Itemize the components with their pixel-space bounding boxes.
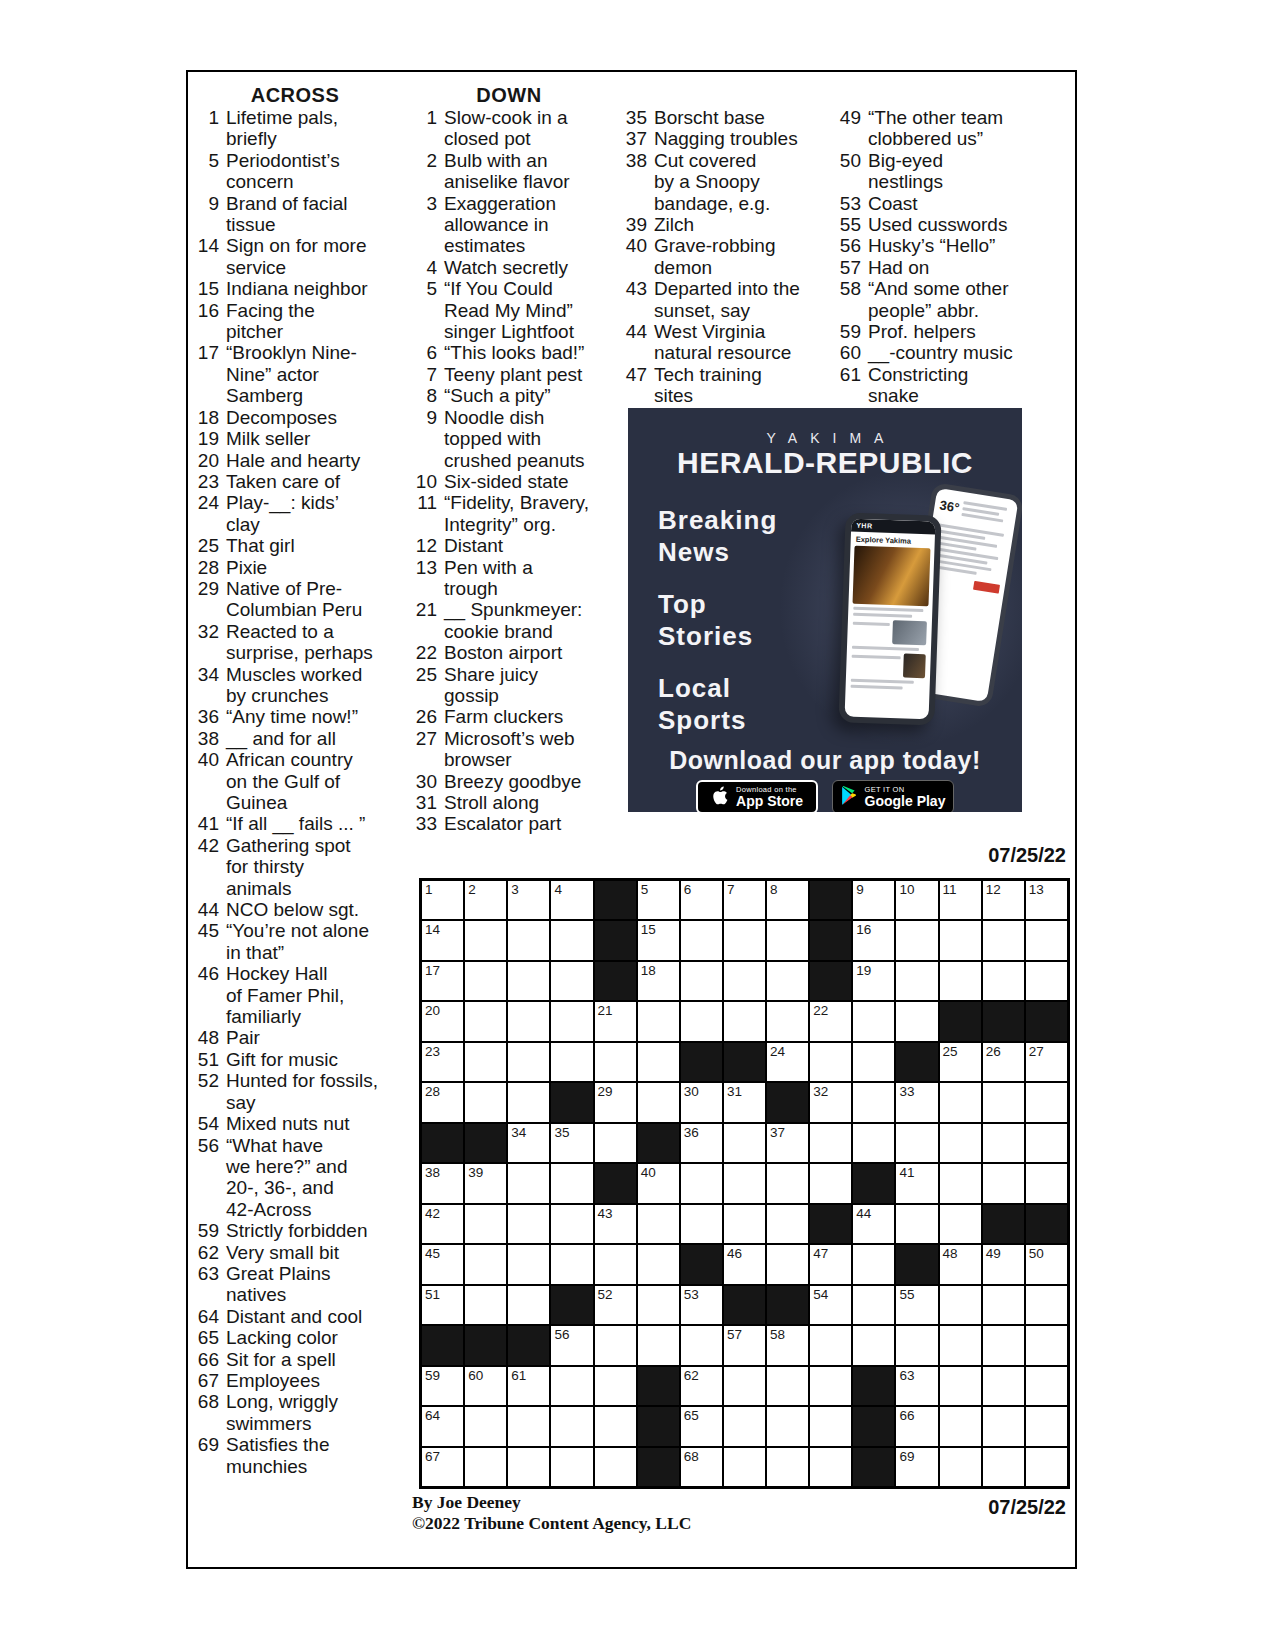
grid-cell[interactable] (1026, 962, 1067, 1000)
grid-cell[interactable] (853, 1286, 894, 1324)
across-clue-list: 1Lifetime pals, briefly5Periodontist’s c… (192, 107, 398, 1477)
grid-cell[interactable]: 14 (422, 921, 463, 959)
grid-cell[interactable] (983, 1448, 1024, 1486)
grid-cell[interactable]: 65 (681, 1407, 722, 1445)
grid-cell[interactable] (551, 1205, 592, 1243)
cell-number: 53 (684, 1287, 699, 1302)
clue-31: 31Stroll along (410, 792, 608, 813)
clue-12: 12Distant (410, 535, 608, 556)
grid-cell[interactable]: 37 (767, 1124, 808, 1162)
grid-cell[interactable] (940, 1448, 981, 1486)
grid-cell[interactable] (595, 1326, 636, 1364)
grid-cell[interactable] (853, 1043, 894, 1081)
grid-cell[interactable] (638, 1083, 679, 1121)
grid-cell[interactable] (896, 1124, 937, 1162)
grid-cell[interactable]: 42 (422, 1205, 463, 1243)
grid-cell[interactable]: 27 (1026, 1043, 1067, 1081)
grid-cell[interactable]: 32 (810, 1083, 851, 1121)
grid-cell[interactable] (724, 1124, 765, 1162)
grid-cell[interactable] (1026, 1124, 1067, 1162)
clue-text: Share juicy gossip (444, 664, 538, 707)
grid-cell[interactable] (638, 1205, 679, 1243)
clue-text: Stroll along (444, 792, 539, 813)
grid-cell-black (551, 1286, 592, 1324)
grid-cell[interactable]: 6 (681, 881, 722, 919)
grid-cell[interactable] (551, 1002, 592, 1040)
grid-cell[interactable]: 66 (896, 1407, 937, 1445)
grid-cell[interactable] (465, 1043, 506, 1081)
grid-cell[interactable] (638, 1326, 679, 1364)
clue-number: 17 (192, 342, 226, 363)
grid-cell-black (983, 1002, 1024, 1040)
cell-number: 17 (425, 963, 440, 978)
clue-1: 1Slow-cook in a closed pot (410, 107, 608, 150)
clue-number: 5 (410, 278, 444, 299)
cell-number: 41 (899, 1165, 914, 1180)
grid-cell[interactable] (638, 1245, 679, 1283)
phone-mockup-news: YHR Explore Yakima (838, 512, 941, 725)
clue-number: 60 (834, 342, 868, 363)
clue-number: 56 (834, 235, 868, 256)
grid-cell[interactable] (508, 1407, 549, 1445)
clue-text: “Brooklyn Nine- Nine” actor Samberg (226, 342, 357, 406)
clue-62: 62Very small bit (192, 1242, 398, 1263)
copyright: ©2022 Tribune Content Agency, LLC (412, 1513, 691, 1534)
ad-brand-herald-republic: HERALD-REPUBLIC (628, 446, 1022, 480)
grid-cell-black (983, 1205, 1024, 1243)
grid-cell-black (940, 1002, 981, 1040)
grid-cell-black (853, 1448, 894, 1486)
clue-65: 65Lacking color (192, 1327, 398, 1348)
grid-cell[interactable]: 55 (896, 1286, 937, 1324)
grid-cell[interactable]: 12 (983, 881, 1024, 919)
grid-cell[interactable] (983, 1286, 1024, 1324)
grid-cell[interactable] (724, 1448, 765, 1486)
down-clue-list-2: 35Borscht base37Nagging troubles38Cut co… (620, 107, 828, 407)
grid-cell[interactable] (1026, 1083, 1067, 1121)
clue-8: 8“Such a pity” (410, 385, 608, 406)
grid-cell[interactable]: 1 (422, 881, 463, 919)
grid-cell[interactable]: 28 (422, 1083, 463, 1121)
cell-number: 32 (813, 1084, 828, 1099)
grid-cell[interactable] (767, 962, 808, 1000)
clue-59: 59Prof. helpers (834, 321, 1044, 342)
grid-cell[interactable]: 31 (724, 1083, 765, 1121)
grid-cell[interactable]: 60 (465, 1367, 506, 1405)
grid-cell[interactable] (595, 1245, 636, 1283)
grid-cell[interactable] (508, 1286, 549, 1324)
cell-number: 5 (641, 882, 649, 897)
clue-text: Gathering spot for thirsty animals (226, 835, 351, 899)
grid-cell[interactable] (508, 921, 549, 959)
clue-48: 48Pair (192, 1027, 398, 1048)
grid-cell[interactable]: 35 (551, 1124, 592, 1162)
grid-cell[interactable]: 2 (465, 881, 506, 919)
grid-cell[interactable] (940, 1083, 981, 1121)
grid-cell[interactable] (1026, 1326, 1067, 1364)
grid-cell[interactable] (508, 1043, 549, 1081)
clue-text: Sit for a spell (226, 1349, 336, 1370)
grid-cell[interactable]: 53 (681, 1286, 722, 1324)
grid-cell[interactable]: 56 (551, 1326, 592, 1364)
clue-4: 4Watch secretly (410, 257, 608, 278)
cell-number: 68 (684, 1449, 699, 1464)
grid-cell[interactable]: 64 (422, 1407, 463, 1445)
cell-number: 44 (856, 1206, 871, 1221)
grid-cell[interactable] (810, 1326, 851, 1364)
grid-cell[interactable] (595, 1367, 636, 1405)
grid-cell[interactable] (1026, 921, 1067, 959)
grid-cell[interactable] (1026, 1286, 1067, 1324)
clue-text: “This looks bad!” (444, 342, 584, 363)
grid-cell[interactable] (983, 1083, 1024, 1121)
grid-cell[interactable] (983, 1407, 1024, 1445)
clue-text: Hockey Hall of Famer Phil, familiarly (226, 963, 344, 1027)
grid-cell[interactable] (638, 1002, 679, 1040)
grid-cell[interactable] (767, 1205, 808, 1243)
grid-cell[interactable] (724, 1164, 765, 1202)
clue-67: 67Employees (192, 1370, 398, 1391)
grid-cell[interactable] (465, 1286, 506, 1324)
grid-cell[interactable] (508, 1164, 549, 1202)
ad-feature-top-stories: Top Stories (658, 588, 777, 652)
clue-number: 59 (192, 1220, 226, 1241)
clue-10: 10Six-sided state (410, 471, 608, 492)
grid-cell[interactable] (767, 1164, 808, 1202)
puzzle-date-top: 07/25/22 (988, 844, 1066, 867)
grid-cell[interactable] (508, 1002, 549, 1040)
grid-cell[interactable]: 30 (681, 1083, 722, 1121)
grid-cell[interactable]: 16 (853, 921, 894, 959)
grid-cell[interactable] (853, 1124, 894, 1162)
grid-cell[interactable] (940, 1164, 981, 1202)
grid-cell[interactable] (465, 1448, 506, 1486)
clue-text: Prof. helpers (868, 321, 976, 342)
grid-cell[interactable]: 8 (767, 881, 808, 919)
down-clue-list-3: 49“The other team clobbered us”50Big-eye… (834, 107, 1044, 407)
clue-55: 55Used cusswords (834, 214, 1044, 235)
clue-number: 45 (192, 920, 226, 941)
clue-number: 53 (834, 193, 868, 214)
grid-cell[interactable]: 20 (422, 1002, 463, 1040)
grid-cell[interactable]: 36 (681, 1124, 722, 1162)
grid-cell[interactable] (724, 962, 765, 1000)
clue-number: 21 (410, 599, 444, 620)
grid-cell[interactable] (724, 1367, 765, 1405)
grid-cell[interactable]: 38 (422, 1164, 463, 1202)
clue-41: 41“If all __ fails ... ” (192, 813, 398, 834)
grid-cell[interactable]: 57 (724, 1326, 765, 1364)
grid-cell[interactable] (465, 962, 506, 1000)
cell-number: 14 (425, 922, 440, 937)
app-store-badge[interactable]: Download on the App Store (696, 780, 818, 812)
google-play-badge-main: Google Play (865, 794, 946, 809)
clue-26: 26Farm cluckers (410, 706, 608, 727)
weather-red-button (973, 581, 1000, 594)
grid-cell[interactable]: 47 (810, 1245, 851, 1283)
grid-cell[interactable] (465, 1002, 506, 1040)
grid-cell[interactable]: 15 (638, 921, 679, 959)
grid-cell[interactable]: 68 (681, 1448, 722, 1486)
clue-19: 19Milk seller (192, 428, 398, 449)
grid-cell[interactable] (940, 1205, 981, 1243)
grid-cell[interactable] (465, 1245, 506, 1283)
grid-cell[interactable] (724, 1407, 765, 1445)
grid-cell[interactable] (724, 1002, 765, 1040)
grid-cell[interactable] (896, 921, 937, 959)
grid-cell[interactable] (638, 1286, 679, 1324)
clue-text: “If You Could Read My Mind” singer Light… (444, 278, 574, 342)
grid-cell[interactable] (767, 1245, 808, 1283)
clue-text: Tech training sites (654, 364, 762, 407)
clue-text: Milk seller (226, 428, 310, 449)
grid-cell[interactable] (940, 962, 981, 1000)
grid-cell[interactable] (595, 1407, 636, 1445)
grid-cell[interactable] (551, 1245, 592, 1283)
clue-text: Distant and cool (226, 1306, 362, 1327)
grid-cell[interactable]: 5 (638, 881, 679, 919)
grid-cell[interactable]: 25 (940, 1043, 981, 1081)
clue-number: 26 (410, 706, 444, 727)
grid-cell[interactable] (940, 921, 981, 959)
grid-cell[interactable] (810, 1164, 851, 1202)
grid-cell[interactable] (896, 1205, 937, 1243)
grid-cell[interactable]: 58 (767, 1326, 808, 1364)
grid-cell[interactable]: 51 (422, 1286, 463, 1324)
grid-cell[interactable] (595, 1448, 636, 1486)
grid-cell[interactable] (896, 1002, 937, 1040)
grid-cell[interactable] (940, 1367, 981, 1405)
clue-text: Farm cluckers (444, 706, 563, 727)
grid-cell[interactable] (810, 1448, 851, 1486)
grid-cell[interactable] (810, 1367, 851, 1405)
grid-cell[interactable] (508, 1205, 549, 1243)
grid-cell[interactable]: 49 (983, 1245, 1024, 1283)
grid-cell[interactable]: 54 (810, 1286, 851, 1324)
clue-text: Used cusswords (868, 214, 1007, 235)
grid-cell-black (595, 921, 636, 959)
grid-cell[interactable]: 13 (1026, 881, 1067, 919)
clue-text: “And some other people” abbr. (868, 278, 1008, 321)
clue-number: 15 (192, 278, 226, 299)
down-clues-column-2: 35Borscht base37Nagging troubles38Cut co… (620, 107, 828, 407)
clue-text: African country on the Gulf of Guinea (226, 749, 353, 813)
clue-7: 7Teeny plant pest (410, 364, 608, 385)
grid-cell[interactable]: 21 (595, 1002, 636, 1040)
grid-cell[interactable] (940, 1286, 981, 1324)
byline: By Joe Deeney (412, 1492, 691, 1513)
grid-cell[interactable]: 23 (422, 1043, 463, 1081)
grid-cell-black (1026, 1002, 1067, 1040)
grid-cell[interactable]: 39 (465, 1164, 506, 1202)
grid-cell[interactable] (551, 1407, 592, 1445)
grid-cell[interactable] (465, 1205, 506, 1243)
grid-cell[interactable]: 62 (681, 1367, 722, 1405)
grid-cell[interactable]: 69 (896, 1448, 937, 1486)
grid-cell[interactable] (767, 1367, 808, 1405)
grid-cell[interactable]: 3 (508, 881, 549, 919)
grid-cell[interactable]: 52 (595, 1286, 636, 1324)
grid-cell[interactable]: 19 (853, 962, 894, 1000)
grid-cell[interactable] (681, 1002, 722, 1040)
grid-cell[interactable] (724, 921, 765, 959)
clue-number: 54 (192, 1113, 226, 1134)
cell-number: 42 (425, 1206, 440, 1221)
grid-cell[interactable] (1026, 1164, 1067, 1202)
grid-cell[interactable] (508, 962, 549, 1000)
grid-cell[interactable]: 59 (422, 1367, 463, 1405)
clue-text: Brand of facial tissue (226, 193, 347, 236)
grid-cell[interactable]: 43 (595, 1205, 636, 1243)
grid-cell[interactable]: 9 (853, 881, 894, 919)
grid-cell[interactable] (983, 1124, 1024, 1162)
grid-cell[interactable] (681, 1326, 722, 1364)
clue-23: 23Taken care of (192, 471, 398, 492)
grid-cell[interactable] (508, 1245, 549, 1283)
grid-cell[interactable] (853, 1002, 894, 1040)
google-play-badge[interactable]: GET IT ON Google Play (832, 780, 954, 812)
grid-cell[interactable] (595, 1043, 636, 1081)
clue-number: 59 (834, 321, 868, 342)
grid-cell[interactable] (940, 1407, 981, 1445)
clue-35: 35Borscht base (620, 107, 828, 128)
cell-number: 33 (899, 1084, 914, 1099)
grid-cell[interactable]: 11 (940, 881, 981, 919)
cell-number: 36 (684, 1125, 699, 1140)
clue-29: 29Native of Pre- Columbian Peru (192, 578, 398, 621)
grid-cell[interactable]: 50 (1026, 1245, 1067, 1283)
clue-43: 43Departed into the sunset, say (620, 278, 828, 321)
grid-cell[interactable] (465, 921, 506, 959)
grid-cell[interactable] (551, 921, 592, 959)
grid-cell[interactable] (1026, 1448, 1067, 1486)
grid-cell[interactable] (853, 1326, 894, 1364)
grid-cell[interactable]: 40 (638, 1164, 679, 1202)
cell-number: 20 (425, 1003, 440, 1018)
grid-cell[interactable] (1026, 1407, 1067, 1445)
grid-cell[interactable]: 22 (810, 1002, 851, 1040)
clue-6: 6“This looks bad!” (410, 342, 608, 363)
clue-number: 35 (620, 107, 654, 128)
grid-cell-black (551, 1083, 592, 1121)
grid-cell[interactable] (767, 1407, 808, 1445)
grid-cell[interactable]: 18 (638, 962, 679, 1000)
grid-cell[interactable] (983, 1367, 1024, 1405)
grid-cell[interactable]: 17 (422, 962, 463, 1000)
grid-cell-black (638, 1407, 679, 1445)
clue-text: Teeny plant pest (444, 364, 582, 385)
grid-cell[interactable] (767, 1448, 808, 1486)
grid-cell[interactable]: 7 (724, 881, 765, 919)
grid-cell[interactable]: 33 (896, 1083, 937, 1121)
grid-cell[interactable]: 34 (508, 1124, 549, 1162)
grid-cell[interactable] (508, 1448, 549, 1486)
grid-cell[interactable] (724, 1205, 765, 1243)
grid-cell[interactable]: 46 (724, 1245, 765, 1283)
clue-number: 64 (192, 1306, 226, 1327)
clue-3: 3Exaggeration allowance in estimates (410, 193, 608, 257)
clue-number: 44 (192, 899, 226, 920)
clue-number: 33 (410, 813, 444, 834)
cell-number: 24 (770, 1044, 785, 1059)
clue-50: 50Big-eyed nestlings (834, 150, 1044, 193)
grid-cell[interactable] (940, 1124, 981, 1162)
grid-cell[interactable] (983, 1326, 1024, 1364)
grid-cell[interactable] (767, 921, 808, 959)
grid-cell[interactable] (983, 962, 1024, 1000)
grid-cell[interactable] (551, 1367, 592, 1405)
clue-number: 56 (192, 1135, 226, 1156)
grid-cell[interactable] (595, 1124, 636, 1162)
cell-number: 43 (598, 1206, 613, 1221)
grid-cell[interactable]: 63 (896, 1367, 937, 1405)
grid-cell[interactable] (810, 1043, 851, 1081)
grid-cell[interactable] (681, 1205, 722, 1243)
app-store-badge-main: App Store (736, 794, 803, 809)
grid-cell[interactable] (551, 1448, 592, 1486)
grid-cell[interactable] (896, 962, 937, 1000)
grid-cell-black (724, 1043, 765, 1081)
grid-cell[interactable]: 45 (422, 1245, 463, 1283)
clue-number: 68 (192, 1391, 226, 1412)
grid-cell[interactable] (853, 1083, 894, 1121)
grid-cell[interactable] (551, 962, 592, 1000)
grid-cell[interactable] (983, 921, 1024, 959)
grid-cell-black (810, 962, 851, 1000)
grid-cell[interactable] (465, 1083, 506, 1121)
grid-cell[interactable]: 41 (896, 1164, 937, 1202)
cell-number: 45 (425, 1246, 440, 1261)
grid-cell[interactable] (681, 921, 722, 959)
cell-number: 12 (986, 882, 1001, 897)
grid-cell[interactable]: 10 (896, 881, 937, 919)
clue-number: 40 (620, 235, 654, 256)
grid-cell[interactable] (767, 1002, 808, 1040)
clue-text: __ Spunkmeyer: cookie brand (444, 599, 582, 642)
clue-number: 36 (192, 706, 226, 727)
grid-cell[interactable] (551, 1043, 592, 1081)
grid-cell[interactable] (896, 1326, 937, 1364)
grid-cell-black (767, 1286, 808, 1324)
grid-cell[interactable]: 67 (422, 1448, 463, 1486)
grid-cell[interactable] (465, 1407, 506, 1445)
grid-cell[interactable] (638, 1043, 679, 1081)
clue-40: 40Grave-robbing demon (620, 235, 828, 278)
grid-cell[interactable]: 4 (551, 881, 592, 919)
grid-cell[interactable] (681, 962, 722, 1000)
grid-cell[interactable] (681, 1164, 722, 1202)
grid-cell[interactable]: 24 (767, 1043, 808, 1081)
grid-cell[interactable] (551, 1164, 592, 1202)
grid-cell[interactable]: 44 (853, 1205, 894, 1243)
grid-cell[interactable]: 48 (940, 1245, 981, 1283)
grid-cell[interactable] (1026, 1367, 1067, 1405)
grid-cell[interactable] (508, 1083, 549, 1121)
clue-number: 34 (192, 664, 226, 685)
grid-cell[interactable] (853, 1245, 894, 1283)
grid-cell[interactable] (983, 1164, 1024, 1202)
grid-cell[interactable] (810, 1124, 851, 1162)
grid-cell[interactable]: 26 (983, 1043, 1024, 1081)
grid-cell[interactable]: 29 (595, 1083, 636, 1121)
grid-cell[interactable] (810, 1407, 851, 1445)
grid-cell[interactable]: 61 (508, 1367, 549, 1405)
cell-number: 48 (943, 1246, 958, 1261)
grid-cell[interactable] (940, 1326, 981, 1364)
clue-1: 1Lifetime pals, briefly (192, 107, 398, 150)
cell-number: 35 (554, 1125, 569, 1140)
clue-text: Pen with a trough (444, 557, 533, 600)
